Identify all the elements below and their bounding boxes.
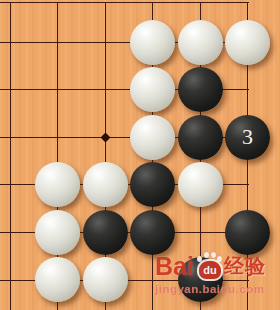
watermark-domain-text: jingyan.baidu.com: [155, 283, 266, 295]
black-stone: [83, 210, 128, 255]
black-stone: [130, 210, 175, 255]
white-stone: [130, 67, 175, 112]
black-stone: [178, 67, 223, 112]
move-number-label: 3: [242, 126, 253, 148]
paw-toe-icon: [204, 252, 209, 258]
grid-line-horizontal: [0, 2, 249, 3]
white-stone: [130, 115, 175, 160]
white-stone: [83, 257, 128, 302]
baidu-logo: Bai du 经验: [155, 251, 266, 281]
white-stone: [83, 162, 128, 207]
baidu-paw-icon: du: [195, 251, 223, 281]
paw-pad-icon: du: [197, 259, 223, 281]
white-stone: [35, 210, 80, 255]
white-stone: [35, 257, 80, 302]
white-stone: [225, 20, 270, 65]
star-point-marker: [100, 132, 110, 142]
black-stone: [178, 115, 223, 160]
go-board-screenshot: 3 Bai du 经验 jingyan.baidu.com: [0, 0, 280, 310]
white-stone: [130, 20, 175, 65]
baidu-logo-du-text: du: [203, 265, 216, 276]
black-stone: [130, 162, 175, 207]
black-stone: [225, 210, 270, 255]
white-stone: [178, 162, 223, 207]
baidu-jingyan-text: 经验: [224, 256, 266, 276]
paw-toe-icon: [211, 252, 216, 258]
white-stone: [35, 162, 80, 207]
baidu-watermark: Bai du 经验 jingyan.baidu.com: [155, 251, 266, 295]
black-stone: 3: [225, 115, 270, 160]
baidu-logo-bai-text: Bai: [155, 254, 194, 279]
white-stone: [178, 20, 223, 65]
